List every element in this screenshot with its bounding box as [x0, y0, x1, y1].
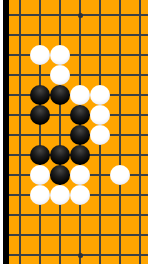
grid-line-horizontal — [9, 74, 148, 76]
black-stone[interactable] — [50, 165, 70, 185]
white-stone[interactable] — [90, 85, 110, 105]
black-stone[interactable] — [30, 105, 50, 125]
black-stone[interactable] — [70, 105, 90, 125]
go-board[interactable] — [9, 0, 148, 264]
grid-line-horizontal — [9, 214, 148, 216]
white-stone[interactable] — [90, 125, 110, 145]
white-stone[interactable] — [70, 185, 90, 205]
black-stone[interactable] — [70, 125, 90, 145]
grid-line-vertical — [59, 0, 61, 264]
grid-line-vertical — [39, 0, 41, 264]
star-point — [78, 253, 83, 258]
white-stone[interactable] — [50, 45, 70, 65]
white-stone[interactable] — [50, 65, 70, 85]
white-stone[interactable] — [30, 165, 50, 185]
grid-line-vertical — [139, 0, 141, 264]
go-diagram — [0, 0, 148, 264]
white-stone[interactable] — [50, 185, 70, 205]
grid-line-vertical — [19, 0, 21, 264]
black-stone[interactable] — [50, 145, 70, 165]
black-stone[interactable] — [50, 85, 70, 105]
white-stone[interactable] — [90, 105, 110, 125]
black-stone[interactable] — [30, 85, 50, 105]
white-stone[interactable] — [70, 165, 90, 185]
white-stone[interactable] — [30, 45, 50, 65]
black-stone[interactable] — [70, 145, 90, 165]
black-stone[interactable] — [30, 145, 50, 165]
white-stone[interactable] — [110, 165, 130, 185]
grid-line-horizontal — [9, 34, 148, 36]
white-stone[interactable] — [30, 185, 50, 205]
grid-line-vertical — [119, 0, 121, 264]
white-stone[interactable] — [70, 85, 90, 105]
grid-line-horizontal — [9, 234, 148, 236]
star-point — [78, 13, 83, 18]
